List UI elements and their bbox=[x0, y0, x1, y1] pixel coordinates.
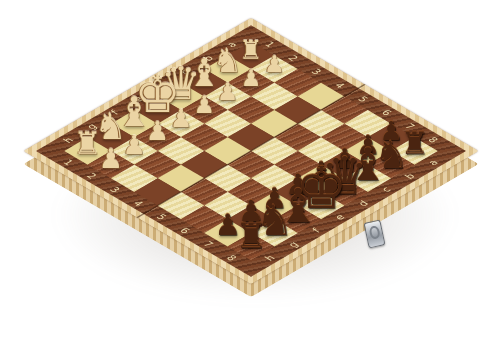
white-rook-h1[interactable]: ♜ bbox=[73, 128, 101, 159]
pieces-layer: ♜♞♝♛♚♝♞♜♟♟♟♟♟♟♟♟♟♟♟♟♟♟♟♟♜♞♝♛♚♝♞♜ bbox=[0, 0, 500, 353]
white-pawn-f2[interactable]: ♟ bbox=[146, 118, 169, 144]
white-pawn-h2[interactable]: ♟ bbox=[99, 145, 123, 172]
white-pawn-d2[interactable]: ♟ bbox=[193, 93, 215, 117]
white-pawn-a2[interactable]: ♟ bbox=[264, 53, 285, 76]
white-pawn-g2[interactable]: ♟ bbox=[122, 132, 145, 158]
white-pawn-e2[interactable]: ♟ bbox=[170, 106, 192, 131]
white-rook-a1[interactable]: ♜ bbox=[239, 37, 262, 63]
white-pawn-c2[interactable]: ♟ bbox=[217, 79, 239, 103]
black-rook-h8[interactable]: ♜ bbox=[235, 220, 266, 255]
chess-set-photo: 12345678 12345678 abcdefgh abcdefgh ♜♞♝♛… bbox=[0, 0, 500, 353]
white-pawn-b2[interactable]: ♟ bbox=[241, 67, 262, 90]
